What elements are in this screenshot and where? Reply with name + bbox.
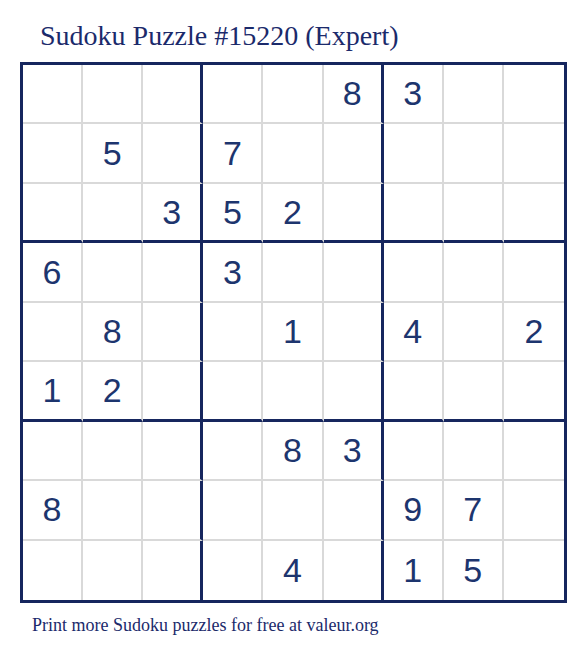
cell-r3c2 — [83, 184, 143, 243]
cell-r4c8 — [444, 243, 504, 302]
cell-r7c7 — [384, 422, 444, 481]
cell-r8c7: 9 — [384, 481, 444, 540]
cell-r3c6 — [324, 184, 384, 243]
cell-r5c2: 8 — [83, 303, 143, 362]
cell-r5c3 — [143, 303, 203, 362]
cell-r6c9 — [504, 362, 564, 421]
cell-r9c8: 5 — [444, 541, 504, 600]
cell-r1c8 — [444, 65, 504, 124]
cell-r8c9 — [504, 481, 564, 540]
cell-r2c5 — [263, 124, 323, 183]
cell-r2c9 — [504, 124, 564, 183]
cell-r4c6 — [324, 243, 384, 302]
cell-r5c8 — [444, 303, 504, 362]
cell-r2c1 — [23, 124, 83, 183]
page-title: Sudoku Puzzle #15220 (Expert) — [40, 20, 399, 52]
cell-r8c2 — [83, 481, 143, 540]
cell-r1c5 — [263, 65, 323, 124]
cell-r9c6 — [324, 541, 384, 600]
cell-r3c8 — [444, 184, 504, 243]
cell-r8c1: 8 — [23, 481, 83, 540]
cell-r6c6 — [324, 362, 384, 421]
cell-r6c4 — [203, 362, 263, 421]
cell-r4c5 — [263, 243, 323, 302]
cell-r4c4: 3 — [203, 243, 263, 302]
cell-r1c2 — [83, 65, 143, 124]
cell-r3c5: 2 — [263, 184, 323, 243]
cell-r8c3 — [143, 481, 203, 540]
cell-r9c5: 4 — [263, 541, 323, 600]
cell-r3c7 — [384, 184, 444, 243]
cell-r3c4: 5 — [203, 184, 263, 243]
cell-r5c7: 4 — [384, 303, 444, 362]
cell-r5c5: 1 — [263, 303, 323, 362]
cell-r7c3 — [143, 422, 203, 481]
cell-r7c9 — [504, 422, 564, 481]
cell-r2c6 — [324, 124, 384, 183]
cell-r8c5 — [263, 481, 323, 540]
cell-r7c6: 3 — [324, 422, 384, 481]
cell-r9c4 — [203, 541, 263, 600]
cell-r7c8 — [444, 422, 504, 481]
cell-r8c6 — [324, 481, 384, 540]
cell-r5c4 — [203, 303, 263, 362]
cell-r7c4 — [203, 422, 263, 481]
cell-r7c1 — [23, 422, 83, 481]
cell-r6c1: 1 — [23, 362, 83, 421]
cell-r6c3 — [143, 362, 203, 421]
sudoku-board: 83573526381421283897415 — [20, 62, 567, 603]
cell-r9c2 — [83, 541, 143, 600]
cell-r1c6: 8 — [324, 65, 384, 124]
cell-r5c6 — [324, 303, 384, 362]
cell-r2c2: 5 — [83, 124, 143, 183]
sudoku-page: Sudoku Puzzle #15220 (Expert) 8357352638… — [0, 0, 580, 651]
cell-r6c2: 2 — [83, 362, 143, 421]
cell-r6c5 — [263, 362, 323, 421]
cell-r9c3 — [143, 541, 203, 600]
cell-r1c4 — [203, 65, 263, 124]
cell-r2c7 — [384, 124, 444, 183]
cell-r7c5: 8 — [263, 422, 323, 481]
cell-r5c9: 2 — [504, 303, 564, 362]
cell-r8c4 — [203, 481, 263, 540]
cell-r1c3 — [143, 65, 203, 124]
cell-r7c2 — [83, 422, 143, 481]
cell-r5c1 — [23, 303, 83, 362]
cell-r2c8 — [444, 124, 504, 183]
cell-r2c4: 7 — [203, 124, 263, 183]
footer-text: Print more Sudoku puzzles for free at va… — [32, 615, 379, 636]
cell-r3c1 — [23, 184, 83, 243]
cell-r6c8 — [444, 362, 504, 421]
cell-r4c9 — [504, 243, 564, 302]
cell-r4c1: 6 — [23, 243, 83, 302]
cell-r8c8: 7 — [444, 481, 504, 540]
cell-r3c9 — [504, 184, 564, 243]
cell-r2c3 — [143, 124, 203, 183]
cell-r9c9 — [504, 541, 564, 600]
cell-r3c3: 3 — [143, 184, 203, 243]
cell-r4c2 — [83, 243, 143, 302]
cell-r1c1 — [23, 65, 83, 124]
cell-r1c9 — [504, 65, 564, 124]
cell-r9c7: 1 — [384, 541, 444, 600]
cell-r9c1 — [23, 541, 83, 600]
cell-r4c3 — [143, 243, 203, 302]
cell-r1c7: 3 — [384, 65, 444, 124]
cell-r6c7 — [384, 362, 444, 421]
cell-r4c7 — [384, 243, 444, 302]
